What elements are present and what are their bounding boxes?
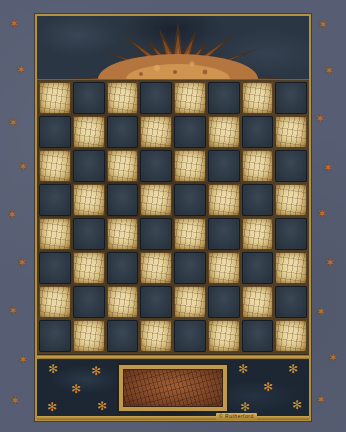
sunburst-icon: [37, 16, 309, 79]
six-pointed-star-icon: ✶: [317, 207, 328, 220]
board-square[interactable]: [208, 252, 240, 284]
board-square[interactable]: [140, 252, 172, 284]
sunburst-panel: [37, 16, 309, 80]
board-square[interactable]: [73, 184, 105, 216]
board-square[interactable]: [107, 320, 139, 352]
board-square[interactable]: [242, 82, 274, 114]
board-square[interactable]: [242, 320, 274, 352]
board-square[interactable]: [107, 150, 139, 182]
board-square[interactable]: [39, 82, 71, 114]
six-pointed-star-icon: ✶: [316, 393, 327, 406]
board-square[interactable]: [107, 82, 139, 114]
six-pointed-star-icon: ✶: [8, 304, 19, 317]
bottom-gold-bar: [37, 416, 309, 420]
board-square[interactable]: [174, 184, 206, 216]
board-square[interactable]: [275, 286, 307, 318]
board-square[interactable]: [73, 218, 105, 250]
gold-frame: [35, 14, 311, 421]
board-square[interactable]: [208, 150, 240, 182]
artwork-canvas: ✶✶✶✶✶✶✶✶✶✶✶✶✶✶✶✶✶✶✻✻✻✻✻✻✻✻✻✻ © Rutherfor…: [0, 0, 346, 432]
board-square[interactable]: [107, 218, 139, 250]
board-square[interactable]: [39, 320, 71, 352]
board-square[interactable]: [208, 116, 240, 148]
board-square[interactable]: [39, 286, 71, 318]
six-pointed-star-icon: ✶: [325, 256, 336, 269]
six-pointed-star-icon: ✶: [17, 256, 28, 269]
board-square[interactable]: [140, 286, 172, 318]
board-square[interactable]: [174, 150, 206, 182]
checkerboard: [37, 80, 309, 354]
six-pointed-star-icon: ✶: [315, 112, 326, 125]
plaque: [119, 365, 227, 411]
board-square[interactable]: [174, 218, 206, 250]
board-square[interactable]: [275, 82, 307, 114]
six-pointed-star-icon: ✶: [16, 63, 27, 76]
board-square[interactable]: [140, 184, 172, 216]
bottom-panel: [37, 360, 309, 416]
board-square[interactable]: [275, 252, 307, 284]
board-square[interactable]: [275, 184, 307, 216]
board-square[interactable]: [140, 218, 172, 250]
board-square[interactable]: [140, 116, 172, 148]
board-square[interactable]: [140, 150, 172, 182]
board-square[interactable]: [174, 286, 206, 318]
board-square[interactable]: [242, 218, 274, 250]
board-square[interactable]: [73, 150, 105, 182]
board-square[interactable]: [242, 116, 274, 148]
six-pointed-star-icon: ✶: [316, 305, 327, 318]
board-square[interactable]: [107, 116, 139, 148]
board-square[interactable]: [208, 184, 240, 216]
board-square[interactable]: [140, 320, 172, 352]
board-square[interactable]: [174, 82, 206, 114]
board-square[interactable]: [107, 286, 139, 318]
board-square[interactable]: [242, 286, 274, 318]
six-pointed-star-icon: ✶: [9, 17, 20, 30]
board-square[interactable]: [208, 286, 240, 318]
six-pointed-star-icon: ✶: [318, 18, 329, 31]
board-square[interactable]: [174, 116, 206, 148]
board-square[interactable]: [275, 218, 307, 250]
board-square[interactable]: [275, 320, 307, 352]
board-square[interactable]: [208, 82, 240, 114]
board-square[interactable]: [73, 286, 105, 318]
board-square[interactable]: [208, 320, 240, 352]
board-square[interactable]: [39, 150, 71, 182]
artist-signature: © Rutherford: [216, 413, 257, 420]
six-pointed-star-icon: ✶: [8, 116, 19, 129]
board-square[interactable]: [242, 150, 274, 182]
board-square[interactable]: [107, 252, 139, 284]
board-square[interactable]: [73, 320, 105, 352]
board-square[interactable]: [39, 252, 71, 284]
board-square[interactable]: [73, 116, 105, 148]
six-pointed-star-icon: ✶: [10, 394, 21, 407]
board-square[interactable]: [208, 218, 240, 250]
six-pointed-star-icon: ✶: [7, 208, 18, 221]
board-square[interactable]: [73, 252, 105, 284]
board-square[interactable]: [275, 116, 307, 148]
board-square[interactable]: [73, 82, 105, 114]
six-pointed-star-icon: ✶: [328, 351, 339, 364]
six-pointed-star-icon: ✶: [18, 353, 29, 366]
six-pointed-star-icon: ✶: [324, 64, 335, 77]
board-square[interactable]: [39, 218, 71, 250]
board-square[interactable]: [107, 184, 139, 216]
board-square[interactable]: [140, 82, 172, 114]
board-square[interactable]: [242, 184, 274, 216]
board-square[interactable]: [39, 184, 71, 216]
six-pointed-star-icon: ✶: [18, 160, 29, 173]
board-square[interactable]: [174, 252, 206, 284]
board-square[interactable]: [275, 150, 307, 182]
board-square[interactable]: [174, 320, 206, 352]
board-square[interactable]: [242, 252, 274, 284]
six-pointed-star-icon: ✶: [323, 161, 334, 174]
board-square[interactable]: [39, 116, 71, 148]
